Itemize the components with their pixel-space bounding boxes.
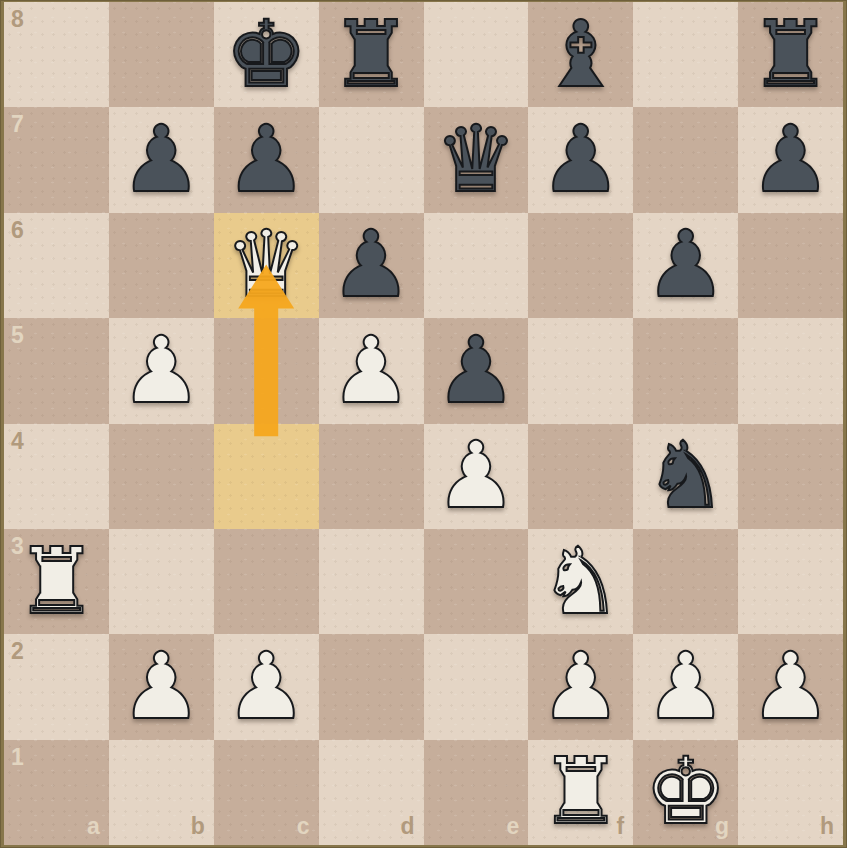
square-h8[interactable]: ♜ (738, 2, 843, 107)
chess-board: 8♚♜♝♜7♟♟♛♟♟6♛♟♟5♟♟♟4♟♞3♜♞2♟♟♟♟♟1abcdef♜g… (0, 0, 847, 848)
white-pawn-f2[interactable]: ♟ (528, 634, 633, 739)
square-a2[interactable]: 2 (4, 634, 109, 739)
white-knight-f3[interactable]: ♞ (528, 529, 633, 634)
black-rook-h8[interactable]: ♜ (738, 2, 843, 107)
rank-label-6: 6 (11, 219, 24, 242)
square-a5[interactable]: 5 (4, 318, 109, 423)
square-e6[interactable] (424, 213, 529, 318)
square-e3[interactable] (424, 529, 529, 634)
square-b2[interactable]: ♟ (109, 634, 214, 739)
black-bishop-f8[interactable]: ♝ (528, 2, 633, 107)
square-c4[interactable] (214, 424, 319, 529)
square-c3[interactable] (214, 529, 319, 634)
square-h7[interactable]: ♟ (738, 107, 843, 212)
rank-label-4: 4 (11, 430, 24, 453)
file-label-b: b (191, 815, 205, 838)
white-queen-c6[interactable]: ♛ (214, 213, 319, 318)
square-f1[interactable]: f♜ (528, 740, 633, 845)
white-rook-f1[interactable]: ♜ (528, 740, 633, 845)
white-rook-a3[interactable]: ♜ (4, 529, 109, 634)
square-b5[interactable]: ♟ (109, 318, 214, 423)
black-pawn-f7[interactable]: ♟ (528, 107, 633, 212)
square-e4[interactable]: ♟ (424, 424, 529, 529)
square-h1[interactable]: h (738, 740, 843, 845)
square-c8[interactable]: ♚ (214, 2, 319, 107)
square-d2[interactable] (319, 634, 424, 739)
square-c5[interactable] (214, 318, 319, 423)
black-king-c8[interactable]: ♚ (214, 2, 319, 107)
square-b8[interactable] (109, 2, 214, 107)
rank-label-5: 5 (11, 324, 24, 347)
white-pawn-h2[interactable]: ♟ (738, 634, 843, 739)
black-pawn-e5[interactable]: ♟ (424, 318, 529, 423)
square-a8[interactable]: 8 (4, 2, 109, 107)
rank-label-2: 2 (11, 640, 24, 663)
white-pawn-b5[interactable]: ♟ (109, 318, 214, 423)
board-grid: 8♚♜♝♜7♟♟♛♟♟6♛♟♟5♟♟♟4♟♞3♜♞2♟♟♟♟♟1abcdef♜g… (4, 2, 843, 845)
rank-label-1: 1 (11, 746, 24, 769)
square-g5[interactable] (633, 318, 738, 423)
file-label-c: c (297, 815, 310, 838)
square-h3[interactable] (738, 529, 843, 634)
square-c7[interactable]: ♟ (214, 107, 319, 212)
square-b7[interactable]: ♟ (109, 107, 214, 212)
square-g2[interactable]: ♟ (633, 634, 738, 739)
square-d6[interactable]: ♟ (319, 213, 424, 318)
white-pawn-d5[interactable]: ♟ (319, 318, 424, 423)
rank-label-7: 7 (11, 113, 24, 136)
black-knight-g4[interactable]: ♞ (633, 424, 738, 529)
square-e8[interactable] (424, 2, 529, 107)
square-h2[interactable]: ♟ (738, 634, 843, 739)
square-f5[interactable] (528, 318, 633, 423)
black-queen-e7[interactable]: ♛ (424, 107, 529, 212)
black-pawn-g6[interactable]: ♟ (633, 213, 738, 318)
square-a4[interactable]: 4 (4, 424, 109, 529)
square-d8[interactable]: ♜ (319, 2, 424, 107)
square-a7[interactable]: 7 (4, 107, 109, 212)
square-d1[interactable]: d (319, 740, 424, 845)
square-f8[interactable]: ♝ (528, 2, 633, 107)
file-label-h: h (820, 815, 834, 838)
square-g3[interactable] (633, 529, 738, 634)
file-label-e: e (507, 815, 520, 838)
square-f6[interactable] (528, 213, 633, 318)
white-king-g1[interactable]: ♚ (633, 740, 738, 845)
square-c1[interactable]: c (214, 740, 319, 845)
white-pawn-c2[interactable]: ♟ (214, 634, 319, 739)
square-a1[interactable]: 1a (4, 740, 109, 845)
square-h5[interactable] (738, 318, 843, 423)
rank-label-8: 8 (11, 8, 24, 31)
square-d5[interactable]: ♟ (319, 318, 424, 423)
square-f3[interactable]: ♞ (528, 529, 633, 634)
square-a6[interactable]: 6 (4, 213, 109, 318)
square-b3[interactable] (109, 529, 214, 634)
square-c2[interactable]: ♟ (214, 634, 319, 739)
square-h4[interactable] (738, 424, 843, 529)
white-pawn-b2[interactable]: ♟ (109, 634, 214, 739)
square-e1[interactable]: e (424, 740, 529, 845)
square-g1[interactable]: g♚ (633, 740, 738, 845)
square-b4[interactable] (109, 424, 214, 529)
square-d4[interactable] (319, 424, 424, 529)
square-g7[interactable] (633, 107, 738, 212)
black-pawn-d6[interactable]: ♟ (319, 213, 424, 318)
file-label-a: a (87, 815, 100, 838)
black-rook-d8[interactable]: ♜ (319, 2, 424, 107)
square-f4[interactable] (528, 424, 633, 529)
square-e7[interactable]: ♛ (424, 107, 529, 212)
square-c6[interactable]: ♛ (214, 213, 319, 318)
square-d7[interactable] (319, 107, 424, 212)
file-label-d: d (400, 815, 414, 838)
square-e2[interactable] (424, 634, 529, 739)
square-b6[interactable] (109, 213, 214, 318)
black-pawn-c7[interactable]: ♟ (214, 107, 319, 212)
black-pawn-h7[interactable]: ♟ (738, 107, 843, 212)
black-pawn-b7[interactable]: ♟ (109, 107, 214, 212)
white-pawn-g2[interactable]: ♟ (633, 634, 738, 739)
square-a3[interactable]: 3♜ (4, 529, 109, 634)
square-g6[interactable]: ♟ (633, 213, 738, 318)
square-e5[interactable]: ♟ (424, 318, 529, 423)
square-b1[interactable]: b (109, 740, 214, 845)
square-f7[interactable]: ♟ (528, 107, 633, 212)
square-g8[interactable] (633, 2, 738, 107)
square-d3[interactable] (319, 529, 424, 634)
white-pawn-e4[interactable]: ♟ (424, 424, 529, 529)
square-g4[interactable]: ♞ (633, 424, 738, 529)
square-h6[interactable] (738, 213, 843, 318)
square-f2[interactable]: ♟ (528, 634, 633, 739)
